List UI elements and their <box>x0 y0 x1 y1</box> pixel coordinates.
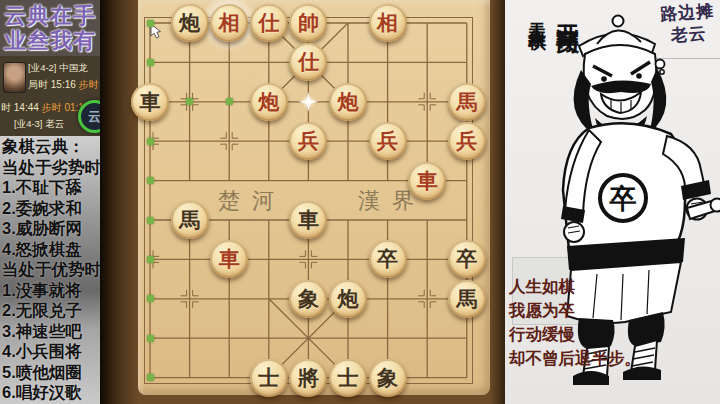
piece-red-相[interactable]: 相 <box>210 4 248 42</box>
game-time-value: 时 14:44 <box>1 102 39 113</box>
banner-line-1: 云典在手 <box>4 3 96 28</box>
piece-black-車[interactable]: 車 <box>131 83 169 121</box>
piece-black-將[interactable]: 將 <box>289 359 327 397</box>
player-card-top: [业4-2] 中国龙 局时 15:16 步时 01:30 <box>0 60 100 96</box>
player-cards: [业4-2] 中国龙 局时 15:16 步时 01:30 时 14:44 步时 … <box>0 56 100 136</box>
quote-line: 象棋云典： <box>0 136 100 157</box>
hat-button <box>613 16 624 27</box>
piece-black-卒[interactable]: 卒 <box>448 240 486 278</box>
quote-line: 2.无限兑子 <box>0 300 100 321</box>
legal-move-dot[interactable] <box>147 256 154 263</box>
earring <box>660 70 664 74</box>
piece-red-炮[interactable]: 炮 <box>250 83 288 121</box>
avatar-top-player <box>3 62 26 93</box>
legal-move-dot[interactable] <box>147 20 154 27</box>
left-sidebar: 云典在手 业叁我有 [业4-2] 中国龙 局时 15:16 步时 01:30 时… <box>0 0 100 404</box>
move-time-label: 步时 <box>42 102 62 113</box>
piece-black-炮[interactable]: 炮 <box>329 280 367 318</box>
piece-red-仕[interactable]: 仕 <box>289 43 327 81</box>
legal-move-dot[interactable] <box>147 138 154 145</box>
move-time-label: 步时 <box>79 79 99 90</box>
game-time-label: 局时 <box>28 79 48 90</box>
quote-line: 当处于劣势时 <box>0 157 100 178</box>
legal-move-dot[interactable] <box>147 217 154 224</box>
poem-line: 却不曾后退半步。 <box>509 346 659 370</box>
quote-list: 象棋云典：当处于劣势时1.不耻下舔2.委婉求和3.威胁断网4.怒掀棋盘当处于优势… <box>0 136 100 404</box>
legal-move-dot[interactable] <box>186 98 193 105</box>
chest-emblem-char: 卒 <box>609 184 637 214</box>
player-card-bottom: 时 14:44 步时 01:17 [业4-3] 老云 云 <box>0 98 100 136</box>
poem-line: 我愿为卒 <box>509 298 659 322</box>
right-eye <box>636 73 642 79</box>
piece-black-馬[interactable]: 馬 <box>171 201 209 239</box>
piece-red-車[interactable]: 車 <box>210 240 248 278</box>
quote-line: 4.怒掀棋盘 <box>0 239 100 260</box>
piece-black-象[interactable]: 象 <box>369 359 407 397</box>
quote-line: 2.委婉求和 <box>0 198 100 219</box>
left-eye <box>601 76 607 82</box>
xiangqi-board-panel[interactable]: 楚河 漢界 炮相仕帥相仕車炮炮馬兵兵兵車馬車車卒卒象炮馬士將士象 <box>100 0 505 404</box>
piece-red-兵[interactable]: 兵 <box>289 122 327 160</box>
poem-block: 人生如棋我愿为卒行动缓慢却不曾后退半步。 <box>509 274 659 370</box>
game-time-value: 15:16 <box>51 79 76 90</box>
piece-layer: 炮相仕帥相仕車炮炮馬兵兵兵車馬車車卒卒象炮馬士將士象 <box>100 0 505 404</box>
player-bottom-times: 时 14:44 步时 01:17 <box>1 101 89 115</box>
piece-black-卒[interactable]: 卒 <box>369 240 407 278</box>
legal-move-dot[interactable] <box>147 295 154 302</box>
quote-line: 3.威胁断网 <box>0 218 100 239</box>
piece-black-炮[interactable]: 炮 <box>171 4 209 42</box>
piece-red-炮[interactable]: 炮 <box>329 83 367 121</box>
piece-red-兵[interactable]: 兵 <box>369 122 407 160</box>
piece-black-象[interactable]: 象 <box>289 280 327 318</box>
piece-black-車[interactable]: 車 <box>289 201 327 239</box>
poem-line: 人生如棋 <box>509 274 659 298</box>
piece-red-仕[interactable]: 仕 <box>250 4 288 42</box>
quote-line: 4.小兵围将 <box>0 341 100 362</box>
legal-move-dot[interactable] <box>147 59 154 66</box>
piece-red-兵[interactable]: 兵 <box>448 122 486 160</box>
piece-red-相[interactable]: 相 <box>369 4 407 42</box>
quote-line: 当处于优势时 <box>0 259 100 280</box>
player-top-name: [业4-2] 中国龙 <box>28 62 88 75</box>
quote-line: 3.神速些吧 <box>0 321 100 342</box>
legal-move-dot[interactable] <box>147 335 154 342</box>
right-art-panel: 天天象棋 业三守门员 路边摊 老云 卒 <box>505 0 720 404</box>
quote-line: 1.不耻下舔 <box>0 177 100 198</box>
quote-line: 5.喷他烟圈 <box>0 362 100 383</box>
quote-line: 6.唱好汉歌 <box>0 382 100 403</box>
piece-red-馬[interactable]: 馬 <box>448 83 486 121</box>
ear <box>656 60 665 69</box>
legal-move-dot[interactable] <box>147 374 154 381</box>
piece-black-馬[interactable]: 馬 <box>448 280 486 318</box>
player-bottom-name: [业4-3] 老云 <box>14 118 64 131</box>
piece-red-帥[interactable]: 帥 <box>289 4 327 42</box>
piece-red-車[interactable]: 車 <box>408 162 446 200</box>
piece-black-士[interactable]: 士 <box>329 359 367 397</box>
stream-banner: 云典在手 业叁我有 <box>0 0 100 56</box>
poem-line: 行动缓慢 <box>509 322 659 346</box>
legal-move-dot[interactable] <box>226 98 233 105</box>
quote-line: 1.没事就将 <box>0 280 100 301</box>
legal-move-dot[interactable] <box>147 177 154 184</box>
piece-black-士[interactable]: 士 <box>250 359 288 397</box>
banner-line-2: 业叁我有 <box>4 28 96 53</box>
